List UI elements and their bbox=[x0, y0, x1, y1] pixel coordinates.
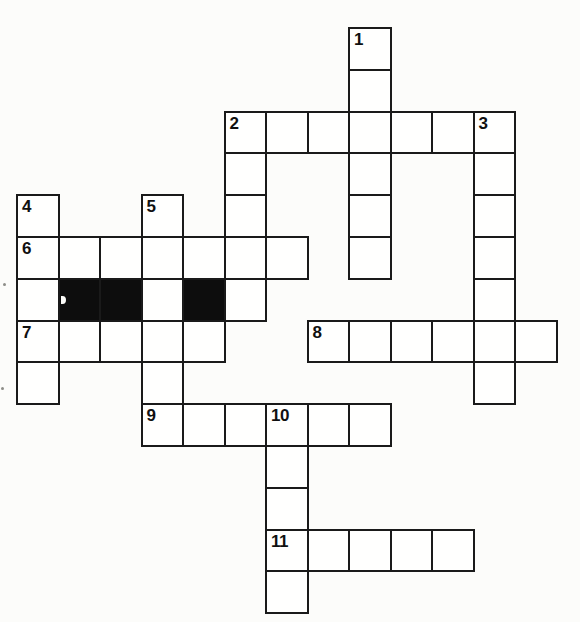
cell-r7c11[interactable] bbox=[473, 320, 517, 364]
cell-r5c6[interactable] bbox=[265, 236, 309, 280]
cell-r2c5[interactable]: 2 bbox=[224, 111, 268, 155]
block-cell-r6c4 bbox=[182, 278, 226, 322]
cell-r9c7[interactable] bbox=[307, 403, 351, 447]
crossword-board: 1234567891011 bbox=[0, 0, 580, 622]
clue-number-7: 7 bbox=[22, 323, 31, 343]
cell-r12c6[interactable]: 11 bbox=[265, 529, 309, 573]
cell-r9c3[interactable]: 9 bbox=[141, 403, 185, 447]
cell-r2c6[interactable] bbox=[265, 111, 309, 155]
cell-r4c8[interactable] bbox=[348, 194, 392, 238]
cell-r9c6[interactable]: 10 bbox=[265, 403, 309, 447]
cell-r5c8[interactable] bbox=[348, 236, 392, 280]
cell-r5c1[interactable] bbox=[58, 236, 102, 280]
cell-r9c5[interactable] bbox=[224, 403, 268, 447]
clue-number-9: 9 bbox=[147, 406, 156, 426]
cell-r7c2[interactable] bbox=[99, 320, 143, 364]
cell-r6c0[interactable] bbox=[16, 278, 60, 322]
cell-r3c8[interactable] bbox=[348, 152, 392, 196]
cell-r5c4[interactable] bbox=[182, 236, 226, 280]
cell-r3c5[interactable] bbox=[224, 152, 268, 196]
cell-r7c0[interactable]: 7 bbox=[16, 320, 60, 364]
clue-number-4: 4 bbox=[22, 197, 31, 217]
cell-r8c3[interactable] bbox=[141, 361, 185, 405]
cell-r2c9[interactable] bbox=[390, 111, 434, 155]
cell-r5c3[interactable] bbox=[141, 236, 185, 280]
cell-r6c5[interactable] bbox=[224, 278, 268, 322]
clue-number-3: 3 bbox=[479, 114, 488, 134]
cell-r7c3[interactable] bbox=[141, 320, 185, 364]
clue-number-11: 11 bbox=[271, 532, 288, 552]
clue-number-6: 6 bbox=[22, 239, 31, 259]
cell-r2c11[interactable]: 3 bbox=[473, 111, 517, 155]
cell-r7c4[interactable] bbox=[182, 320, 226, 364]
cell-r4c11[interactable] bbox=[473, 194, 517, 238]
cell-r7c12[interactable] bbox=[514, 320, 558, 364]
cell-r12c10[interactable] bbox=[431, 529, 475, 573]
scan-speck bbox=[1, 387, 4, 390]
cell-r7c7[interactable]: 8 bbox=[307, 320, 351, 364]
cell-r9c8[interactable] bbox=[348, 403, 392, 447]
cell-r5c2[interactable] bbox=[99, 236, 143, 280]
cell-r7c10[interactable] bbox=[431, 320, 475, 364]
cell-r12c9[interactable] bbox=[390, 529, 434, 573]
cell-r8c11[interactable] bbox=[473, 361, 517, 405]
cell-r1c8[interactable] bbox=[348, 69, 392, 113]
clue-number-8: 8 bbox=[313, 323, 322, 343]
cell-r2c8[interactable] bbox=[348, 111, 392, 155]
cell-r2c7[interactable] bbox=[307, 111, 351, 155]
block-cell-r6c1 bbox=[58, 278, 102, 322]
cell-r5c0[interactable]: 6 bbox=[16, 236, 60, 280]
clue-number-2: 2 bbox=[230, 114, 239, 134]
cell-r10c6[interactable] bbox=[265, 445, 309, 489]
cell-r3c11[interactable] bbox=[473, 152, 517, 196]
clue-number-1: 1 bbox=[354, 30, 363, 50]
cell-r7c8[interactable] bbox=[348, 320, 392, 364]
scan-artifact bbox=[61, 296, 66, 304]
cell-r8c0[interactable] bbox=[16, 361, 60, 405]
cell-r12c7[interactable] bbox=[307, 529, 351, 573]
cell-r0c8[interactable]: 1 bbox=[348, 27, 392, 71]
cell-r5c5[interactable] bbox=[224, 236, 268, 280]
scan-speck bbox=[3, 283, 6, 286]
cell-r9c4[interactable] bbox=[182, 403, 226, 447]
clue-number-10: 10 bbox=[271, 406, 289, 426]
cell-r13c6[interactable] bbox=[265, 570, 309, 614]
cell-r11c6[interactable] bbox=[265, 487, 309, 531]
cell-r6c11[interactable] bbox=[473, 278, 517, 322]
cell-r4c5[interactable] bbox=[224, 194, 268, 238]
cell-r2c10[interactable] bbox=[431, 111, 475, 155]
cell-r5c11[interactable] bbox=[473, 236, 517, 280]
cell-r4c3[interactable]: 5 bbox=[141, 194, 185, 238]
crossword-page: 1234567891011 bbox=[0, 0, 580, 622]
cell-r7c1[interactable] bbox=[58, 320, 102, 364]
clue-number-5: 5 bbox=[147, 197, 156, 217]
cell-r6c3[interactable] bbox=[141, 278, 185, 322]
block-cell-r6c2 bbox=[99, 278, 143, 322]
cell-r4c0[interactable]: 4 bbox=[16, 194, 60, 238]
cell-r12c8[interactable] bbox=[348, 529, 392, 573]
cell-r7c9[interactable] bbox=[390, 320, 434, 364]
